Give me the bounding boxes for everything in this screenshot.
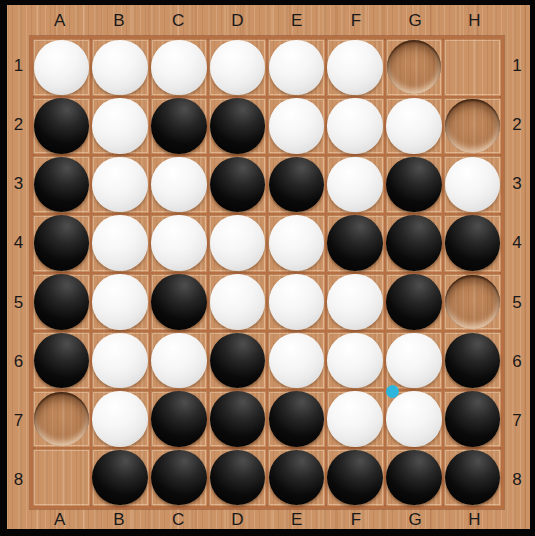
white-disc [269,274,325,329]
white-disc [269,98,325,153]
cell-C4[interactable] [151,215,208,272]
black-disc [327,450,383,505]
white-disc [92,391,148,446]
cell-H1[interactable] [444,39,501,96]
col-label: D [208,509,267,529]
white-disc [92,157,148,212]
white-disc [151,333,207,388]
col-label: E [267,5,326,36]
cell-E5[interactable] [268,274,325,331]
row-label: 5 [504,273,530,332]
cell-D6[interactable] [209,332,266,389]
white-disc [386,333,442,388]
white-disc [327,157,383,212]
black-disc [269,391,325,446]
black-disc [34,274,90,329]
cell-H2[interactable] [444,98,501,155]
cell-G6[interactable] [386,332,443,389]
cell-B6[interactable] [92,332,149,389]
cell-F7[interactable] [327,391,384,448]
row-label: 2 [7,95,30,154]
cell-A8[interactable] [33,449,90,506]
black-disc [445,391,501,446]
row-label: 2 [504,95,530,154]
col-label: B [89,509,148,529]
black-disc [34,98,90,153]
white-disc [92,40,148,95]
cell-H5[interactable] [444,274,501,331]
black-disc [327,215,383,270]
black-disc [210,391,266,446]
white-disc [92,98,148,153]
cell-E8[interactable] [268,449,325,506]
black-disc [386,157,442,212]
cell-A1[interactable] [33,39,90,96]
white-disc [327,40,383,95]
cell-F5[interactable] [327,274,384,331]
white-disc [327,274,383,329]
cell-G8[interactable] [386,449,443,506]
white-disc [151,157,207,212]
cell-H6[interactable] [444,332,501,389]
white-disc [151,40,207,95]
cell-F4[interactable] [327,215,384,272]
cell-G1[interactable] [386,39,443,96]
black-disc [269,157,325,212]
cell-G5[interactable] [386,274,443,331]
cell-E6[interactable] [268,332,325,389]
cell-B8[interactable] [92,449,149,506]
cell-D8[interactable] [209,449,266,506]
board-grid [30,36,504,509]
col-label: C [149,5,208,36]
black-disc [445,215,501,270]
white-disc [327,391,383,446]
row-label: 4 [504,213,530,272]
cell-D7[interactable] [209,391,266,448]
cell-F8[interactable] [327,449,384,506]
row-label: 3 [7,154,30,213]
legal-move-hint[interactable] [387,40,441,94]
legal-move-hint[interactable] [445,99,499,153]
legal-move-hint[interactable] [445,275,499,329]
cell-B7[interactable] [92,391,149,448]
cell-C6[interactable] [151,332,208,389]
row-label: 1 [7,36,30,95]
white-disc [386,391,442,446]
col-label: H [445,5,504,36]
row-label: 8 [504,450,530,509]
cell-E1[interactable] [268,39,325,96]
col-labels-top: ABCDEFGH [30,5,504,36]
cell-E4[interactable] [268,215,325,272]
cell-E2[interactable] [268,98,325,155]
cell-A6[interactable] [33,332,90,389]
cell-B1[interactable] [92,39,149,96]
white-disc [269,215,325,270]
cell-H7[interactable] [444,391,501,448]
row-label: 1 [504,36,530,95]
cell-D4[interactable] [209,215,266,272]
black-disc [210,157,266,212]
cell-A7[interactable] [33,391,90,448]
black-disc [34,215,90,270]
col-label: F [326,5,385,36]
black-disc [386,215,442,270]
cell-H8[interactable] [444,449,501,506]
cell-A2[interactable] [33,98,90,155]
white-disc [327,333,383,388]
cell-C2[interactable] [151,98,208,155]
col-label: E [267,509,326,529]
cell-C8[interactable] [151,449,208,506]
cell-H4[interactable] [444,215,501,272]
white-disc [92,333,148,388]
white-disc [210,215,266,270]
cell-B5[interactable] [92,274,149,331]
col-label: G [386,509,445,529]
row-label: 7 [504,391,530,450]
row-label: 6 [504,332,530,391]
row-labels-right: 12345678 [504,36,530,509]
col-label: C [149,509,208,529]
cell-F6[interactable] [327,332,384,389]
cell-A4[interactable] [33,215,90,272]
black-disc [210,333,266,388]
white-disc [386,98,442,153]
black-disc [151,450,207,505]
white-disc [327,98,383,153]
col-label: B [89,5,148,36]
black-disc [34,333,90,388]
cell-F3[interactable] [327,156,384,213]
cell-E7[interactable] [268,391,325,448]
cell-G3[interactable] [386,156,443,213]
black-disc [386,274,442,329]
row-label: 8 [7,450,30,509]
cell-C7[interactable] [151,391,208,448]
white-disc [210,40,266,95]
cell-F1[interactable] [327,39,384,96]
row-label: 4 [7,213,30,272]
last-move-marker [386,385,399,398]
cell-D5[interactable] [209,274,266,331]
cell-B4[interactable] [92,215,149,272]
black-disc [151,391,207,446]
cell-D1[interactable] [209,39,266,96]
cell-E3[interactable] [268,156,325,213]
cell-A5[interactable] [33,274,90,331]
black-disc [92,450,148,505]
cell-H3[interactable] [444,156,501,213]
cell-G4[interactable] [386,215,443,272]
cell-A3[interactable] [33,156,90,213]
row-label: 3 [504,154,530,213]
col-label: D [208,5,267,36]
col-labels-bottom: ABCDEFGH [30,509,504,529]
legal-move-hint[interactable] [34,392,88,446]
col-label: A [30,509,89,529]
row-label: 5 [7,273,30,332]
col-label: F [326,509,385,529]
black-disc [151,274,207,329]
col-label: H [445,509,504,529]
row-label: 7 [7,391,30,450]
cell-D2[interactable] [209,98,266,155]
col-label: G [386,5,445,36]
white-disc [269,333,325,388]
white-disc [445,157,501,212]
cell-B2[interactable] [92,98,149,155]
white-disc [34,40,90,95]
cell-F2[interactable] [327,98,384,155]
cell-G7[interactable] [386,391,443,448]
white-disc [151,215,207,270]
black-disc [445,450,501,505]
black-disc [210,98,266,153]
white-disc [269,40,325,95]
black-disc [210,450,266,505]
othello-board: ABCDEFGH ABCDEFGH 12345678 12345678 [7,5,530,529]
cell-B3[interactable] [92,156,149,213]
black-disc [386,450,442,505]
row-labels-left: 12345678 [7,36,30,509]
cell-G2[interactable] [386,98,443,155]
col-label: A [30,5,89,36]
cell-D3[interactable] [209,156,266,213]
black-disc [445,333,501,388]
cell-C5[interactable] [151,274,208,331]
cell-C1[interactable] [151,39,208,96]
black-disc [151,98,207,153]
white-disc [210,274,266,329]
white-disc [92,215,148,270]
cell-C3[interactable] [151,156,208,213]
black-disc [269,450,325,505]
white-disc [92,274,148,329]
row-label: 6 [7,332,30,391]
black-disc [34,157,90,212]
